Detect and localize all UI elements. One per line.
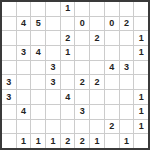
- cell-r2c0-empty[interactable]: [2, 31, 16, 45]
- cell-r6c5-empty[interactable]: [75, 90, 89, 104]
- cell-r8c7-clue: 2: [105, 120, 119, 134]
- cell-r2c2-empty[interactable]: [31, 31, 45, 45]
- cell-r1c4-empty[interactable]: [61, 17, 75, 31]
- cell-r7c9-clue: 1: [134, 105, 148, 119]
- cell-r3c8-empty[interactable]: [120, 46, 134, 60]
- cell-r0c1-empty[interactable]: [17, 2, 31, 16]
- cell-r8c3-empty[interactable]: [46, 120, 60, 134]
- cell-r1c9-empty[interactable]: [134, 17, 148, 31]
- cell-r3c3-empty[interactable]: [46, 46, 60, 60]
- cell-r6c6-empty[interactable]: [90, 90, 104, 104]
- cell-r0c4-clue: 1: [61, 2, 75, 16]
- cell-r4c7-clue: 4: [105, 61, 119, 75]
- cell-r9c1-clue: 1: [17, 134, 31, 148]
- cell-r1c2-clue: 5: [31, 17, 45, 31]
- cell-r1c3-empty[interactable]: [46, 17, 60, 31]
- cell-r3c9-clue: 1: [134, 46, 148, 60]
- cell-r9c7-empty[interactable]: [105, 134, 119, 148]
- cell-r7c3-empty[interactable]: [46, 105, 60, 119]
- cell-r2c9-clue: 1: [134, 31, 148, 45]
- cell-r6c4-clue: 4: [61, 90, 75, 104]
- cell-r6c3-empty[interactable]: [46, 90, 60, 104]
- cell-r9c6-clue: 1: [90, 134, 104, 148]
- cell-r4c6-empty[interactable]: [90, 61, 104, 75]
- cell-r0c2-empty[interactable]: [31, 2, 45, 16]
- cell-r8c6-empty[interactable]: [90, 120, 104, 134]
- cell-r3c0-empty[interactable]: [2, 46, 16, 60]
- cell-r7c1-clue: 4: [17, 105, 31, 119]
- cell-r1c5-clue: 0: [75, 17, 89, 31]
- cell-r5c2-empty[interactable]: [31, 75, 45, 89]
- cell-r3c1-clue: 3: [17, 46, 31, 60]
- cell-r4c9-empty[interactable]: [134, 61, 148, 75]
- cell-r0c5-empty[interactable]: [75, 2, 89, 16]
- cell-r9c2-clue: 1: [31, 134, 45, 148]
- cell-r3c4-clue: 1: [61, 46, 75, 60]
- cell-r3c2-clue: 4: [31, 46, 45, 60]
- cell-r4c0-empty[interactable]: [2, 61, 16, 75]
- cell-r9c0-empty[interactable]: [2, 134, 16, 148]
- cell-r9c8-clue: 1: [120, 134, 134, 148]
- cell-r8c4-empty[interactable]: [61, 120, 75, 134]
- cell-r1c7-clue: 0: [105, 17, 119, 31]
- cell-r7c7-empty[interactable]: [105, 105, 119, 119]
- cell-r2c3-empty[interactable]: [46, 31, 60, 45]
- cell-r2c7-empty[interactable]: [105, 31, 119, 45]
- cell-r1c8-clue: 2: [120, 17, 134, 31]
- cell-r9c3-clue: 1: [46, 134, 60, 148]
- cell-r8c5-empty[interactable]: [75, 120, 89, 134]
- cell-r5c6-clue: 2: [90, 75, 104, 89]
- cell-r4c5-empty[interactable]: [75, 61, 89, 75]
- cell-r0c8-empty[interactable]: [120, 2, 134, 16]
- cell-r5c7-empty[interactable]: [105, 75, 119, 89]
- cell-r6c8-empty[interactable]: [120, 90, 134, 104]
- cell-r3c5-empty[interactable]: [75, 46, 89, 60]
- cell-r9c9-empty[interactable]: [134, 134, 148, 148]
- cell-r5c3-clue: 3: [46, 75, 60, 89]
- cell-r4c4-empty[interactable]: [61, 61, 75, 75]
- cell-r5c0-clue: 3: [2, 75, 16, 89]
- cell-r2c5-empty[interactable]: [75, 31, 89, 45]
- cell-r5c1-empty[interactable]: [17, 75, 31, 89]
- cell-r7c2-empty[interactable]: [31, 105, 45, 119]
- cell-r8c2-empty[interactable]: [31, 120, 45, 134]
- cell-r1c1-clue: 4: [17, 17, 31, 31]
- cell-r0c9-empty[interactable]: [134, 2, 148, 16]
- cell-r6c1-empty[interactable]: [17, 90, 31, 104]
- cell-r8c8-empty[interactable]: [120, 120, 134, 134]
- cell-r4c8-clue: 3: [120, 61, 134, 75]
- cell-r5c8-empty[interactable]: [120, 75, 134, 89]
- cell-r3c7-empty[interactable]: [105, 46, 119, 60]
- cell-r8c9-clue: 1: [134, 120, 148, 134]
- cell-r7c6-empty[interactable]: [90, 105, 104, 119]
- cell-r7c8-empty[interactable]: [120, 105, 134, 119]
- cell-r5c5-clue: 2: [75, 75, 89, 89]
- cell-r4c2-empty[interactable]: [31, 61, 45, 75]
- cell-r2c6-clue: 2: [90, 31, 104, 45]
- cell-r0c7-empty[interactable]: [105, 2, 119, 16]
- cell-r6c7-empty[interactable]: [105, 90, 119, 104]
- cell-r7c4-empty[interactable]: [61, 105, 75, 119]
- cell-r6c0-clue: 3: [2, 90, 16, 104]
- cell-r4c1-empty[interactable]: [17, 61, 31, 75]
- cell-r1c0-empty[interactable]: [2, 17, 16, 31]
- cell-r8c1-empty[interactable]: [17, 120, 31, 134]
- cell-r3c6-empty[interactable]: [90, 46, 104, 60]
- cell-r4c3-clue: 3: [46, 61, 60, 75]
- cell-r9c4-clue: 2: [61, 134, 75, 148]
- cell-r7c5-clue: 3: [75, 105, 89, 119]
- cell-r0c6-empty[interactable]: [90, 2, 104, 16]
- minesweeper-puzzle-board: 14500222134113433322341431211112211: [0, 0, 150, 150]
- cell-r0c3-empty[interactable]: [46, 2, 60, 16]
- cell-r5c9-empty[interactable]: [134, 75, 148, 89]
- cell-r1c6-empty[interactable]: [90, 17, 104, 31]
- cell-r6c2-empty[interactable]: [31, 90, 45, 104]
- cell-r8c0-empty[interactable]: [2, 120, 16, 134]
- cell-r6c9-clue: 1: [134, 90, 148, 104]
- cell-r2c8-empty[interactable]: [120, 31, 134, 45]
- cell-r2c1-empty[interactable]: [17, 31, 31, 45]
- cell-r5c4-empty[interactable]: [61, 75, 75, 89]
- cell-r9c5-clue: 2: [75, 134, 89, 148]
- cell-r7c0-empty[interactable]: [2, 105, 16, 119]
- cell-r2c4-clue: 2: [61, 31, 75, 45]
- cell-r0c0-empty[interactable]: [2, 2, 16, 16]
